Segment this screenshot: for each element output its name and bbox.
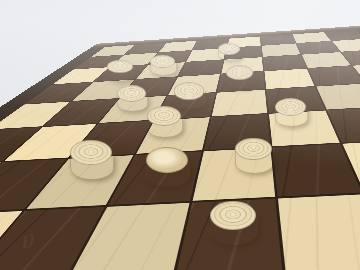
checker-piece-top-rings	[70, 140, 112, 166]
checker-piece-top-rings	[226, 65, 253, 80]
maker-stamp: D	[19, 232, 35, 252]
checker-piece-top-smooth	[146, 147, 188, 173]
checker-piece-top-rings	[117, 85, 146, 102]
checker-piece-top-rings	[174, 82, 204, 99]
board-square-r4c4	[211, 90, 267, 117]
checker-piece	[235, 138, 272, 173]
checker-piece	[107, 60, 133, 81]
checker-piece	[210, 201, 256, 246]
board-square-r7c5	[278, 194, 360, 270]
photo-canvas: D	[0, 0, 360, 270]
checker-piece-top-rings	[210, 201, 256, 230]
checker-piece-top-rings	[150, 55, 175, 68]
board-square-r3c5	[264, 69, 314, 89]
checker-piece	[150, 55, 175, 76]
checker-piece	[226, 65, 253, 88]
checker-piece	[174, 82, 204, 108]
checker-piece	[117, 85, 146, 111]
checker-piece	[70, 140, 112, 179]
checker-piece	[147, 106, 181, 137]
checker-piece	[218, 43, 240, 60]
checker-piece-top-rings	[218, 43, 240, 54]
checker-piece	[275, 98, 306, 126]
board-square-r3c6	[308, 66, 360, 86]
checker-piece	[146, 147, 188, 186]
checker-piece-top-rings	[235, 138, 272, 160]
